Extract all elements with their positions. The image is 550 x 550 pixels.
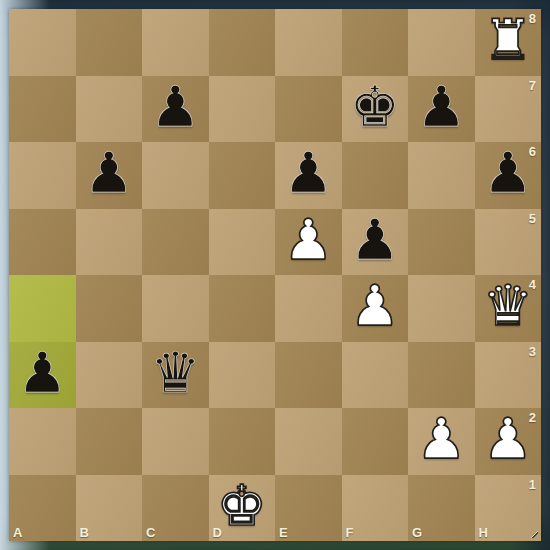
square-e8[interactable]	[275, 9, 342, 76]
square-d6[interactable]	[209, 142, 276, 209]
square-f5[interactable]: ♟	[342, 209, 409, 276]
square-g5[interactable]	[408, 209, 475, 276]
piece-white-pawn-g2[interactable]: ♟	[416, 411, 466, 467]
square-a7[interactable]	[9, 76, 76, 143]
square-h4[interactable]: ♛4	[475, 275, 542, 342]
square-c3[interactable]: ♛	[142, 342, 209, 409]
square-f4[interactable]: ♟	[342, 275, 409, 342]
square-e1[interactable]: E	[275, 475, 342, 542]
square-g4[interactable]	[408, 275, 475, 342]
square-c5[interactable]	[142, 209, 209, 276]
rank-label-1: 1	[529, 477, 536, 492]
square-c6[interactable]	[142, 142, 209, 209]
square-a6[interactable]	[9, 142, 76, 209]
file-label-c: C	[146, 525, 155, 540]
square-d4[interactable]	[209, 275, 276, 342]
square-g6[interactable]	[408, 142, 475, 209]
piece-black-pawn-c7[interactable]: ♟	[150, 79, 200, 135]
chess-board: ♜8♟♚♟7♟♟♟6♟♟5♟♛4♟♛3♟♟2ABC♚DEFG1H	[9, 9, 541, 541]
square-b4[interactable]	[76, 275, 143, 342]
square-f6[interactable]	[342, 142, 409, 209]
square-d1[interactable]: ♚D	[209, 475, 276, 542]
square-d5[interactable]	[209, 209, 276, 276]
square-a8[interactable]	[9, 9, 76, 76]
file-label-b: B	[80, 525, 89, 540]
square-e5[interactable]: ♟	[275, 209, 342, 276]
square-g3[interactable]	[408, 342, 475, 409]
square-d3[interactable]	[209, 342, 276, 409]
square-e6[interactable]: ♟	[275, 142, 342, 209]
square-e2[interactable]	[275, 408, 342, 475]
square-f3[interactable]	[342, 342, 409, 409]
rank-label-7: 7	[529, 78, 536, 93]
square-c1[interactable]: C	[142, 475, 209, 542]
square-b5[interactable]	[76, 209, 143, 276]
piece-black-pawn-b6[interactable]: ♟	[84, 145, 134, 201]
rank-label-3: 3	[529, 344, 536, 359]
square-a1[interactable]: A	[9, 475, 76, 542]
square-g1[interactable]: G	[408, 475, 475, 542]
square-f7[interactable]: ♚	[342, 76, 409, 143]
square-c2[interactable]	[142, 408, 209, 475]
square-a2[interactable]	[9, 408, 76, 475]
square-g8[interactable]	[408, 9, 475, 76]
file-label-e: E	[279, 525, 288, 540]
square-b8[interactable]	[76, 9, 143, 76]
square-e4[interactable]	[275, 275, 342, 342]
file-label-f: F	[346, 525, 354, 540]
piece-black-pawn-h6[interactable]: ♟	[483, 145, 533, 201]
rank-label-5: 5	[529, 211, 536, 226]
piece-black-pawn-f5[interactable]: ♟	[350, 212, 400, 268]
piece-white-rook-h8[interactable]: ♜	[483, 12, 533, 68]
square-g2[interactable]: ♟	[408, 408, 475, 475]
piece-black-pawn-e6[interactable]: ♟	[283, 145, 333, 201]
piece-white-queen-h4[interactable]: ♛	[483, 278, 533, 334]
square-b7[interactable]	[76, 76, 143, 143]
file-label-g: G	[412, 525, 422, 540]
square-h5[interactable]: 5	[475, 209, 542, 276]
square-h2[interactable]: ♟2	[475, 408, 542, 475]
square-h7[interactable]: 7	[475, 76, 542, 143]
square-e7[interactable]	[275, 76, 342, 143]
file-label-a: A	[13, 525, 22, 540]
square-b6[interactable]: ♟	[76, 142, 143, 209]
square-h1[interactable]: 1H	[475, 475, 542, 542]
piece-white-pawn-f4[interactable]: ♟	[350, 278, 400, 334]
square-a3[interactable]: ♟	[9, 342, 76, 409]
file-label-h: H	[479, 525, 488, 540]
background: ♜8♟♚♟7♟♟♟6♟♟5♟♛4♟♛3♟♟2ABC♚DEFG1H	[0, 0, 550, 550]
square-c7[interactable]: ♟	[142, 76, 209, 143]
square-c8[interactable]	[142, 9, 209, 76]
square-h3[interactable]: 3	[475, 342, 542, 409]
square-e3[interactable]	[275, 342, 342, 409]
square-b2[interactable]	[76, 408, 143, 475]
square-d2[interactable]	[209, 408, 276, 475]
square-g7[interactable]: ♟	[408, 76, 475, 143]
piece-white-pawn-e5[interactable]: ♟	[283, 212, 333, 268]
square-a4[interactable]	[9, 275, 76, 342]
piece-black-king-f7[interactable]: ♚	[350, 79, 400, 135]
piece-black-pawn-g7[interactable]: ♟	[416, 79, 466, 135]
piece-black-queen-c3[interactable]: ♛	[150, 345, 200, 401]
square-d7[interactable]	[209, 76, 276, 143]
square-b1[interactable]: B	[76, 475, 143, 542]
square-c4[interactable]	[142, 275, 209, 342]
square-d8[interactable]	[209, 9, 276, 76]
square-h8[interactable]: ♜8	[475, 9, 542, 76]
square-b3[interactable]	[76, 342, 143, 409]
square-f2[interactable]	[342, 408, 409, 475]
piece-black-pawn-a3[interactable]: ♟	[17, 345, 67, 401]
square-h6[interactable]: ♟6	[475, 142, 542, 209]
piece-white-king-d1[interactable]: ♚	[217, 478, 267, 534]
square-a5[interactable]	[9, 209, 76, 276]
piece-white-pawn-h2[interactable]: ♟	[483, 411, 533, 467]
square-f8[interactable]	[342, 9, 409, 76]
square-f1[interactable]: F	[342, 475, 409, 542]
